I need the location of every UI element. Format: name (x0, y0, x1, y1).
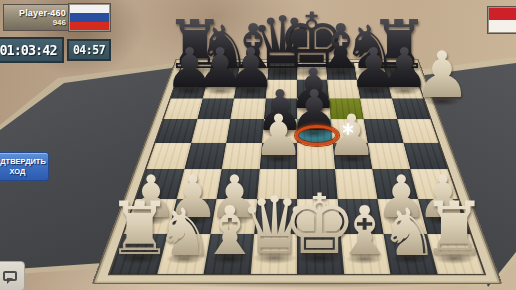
opponent-plate: Player-460 946 (3, 4, 110, 31)
russia-flag-icon (69, 4, 110, 31)
piece-white-pawn-d4[interactable]: ♟ (250, 107, 307, 164)
confirm-label-line1: Подтвердить (0, 157, 46, 167)
chat-bubble-icon (3, 271, 17, 281)
piece-black-pawn-h7[interactable]: ♟ (377, 41, 432, 96)
move-sparkle-effect (341, 122, 355, 136)
main-clock: 01:03:42 (0, 37, 64, 63)
confirm-move-button[interactable]: Подтвердить ход (0, 152, 49, 181)
chat-button[interactable] (0, 261, 25, 290)
opponent-name: Player-460 (4, 8, 69, 18)
confirm-label-line2: ход (10, 167, 26, 177)
piece-white-pawn-f4[interactable]: ♟ (323, 107, 380, 164)
move-clock: 04:57 (67, 39, 111, 61)
square-b6[interactable] (197, 98, 234, 119)
square-h5[interactable] (397, 119, 438, 142)
piece-white-rook-h1[interactable]: ♜ (418, 192, 491, 265)
game-screen: ♜♞♝♛♚♝♞♜♟♟♟♟♟♟♟♟♟♟♟♟♟♟♟♜♞♝♛♚♝♞♜♟ Player-… (0, 0, 516, 290)
opponent-rating: 946 (4, 18, 69, 27)
indonesia-flag-icon (488, 7, 516, 33)
opponent-info: Player-460 946 (3, 4, 69, 31)
square-b5[interactable] (191, 119, 230, 142)
